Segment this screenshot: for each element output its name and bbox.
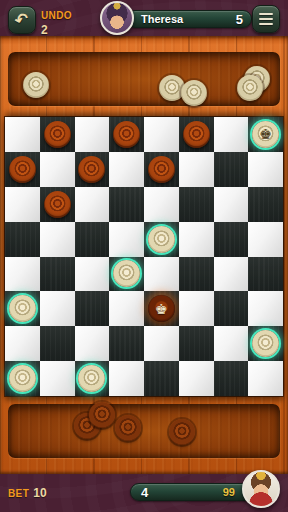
- square-c1[interactable]: [75, 361, 110, 396]
- undo-button[interactable]: ↶: [8, 6, 36, 34]
- square-d4[interactable]: [109, 257, 144, 292]
- square-g6: [214, 187, 249, 222]
- bet-label-group: BET 10: [8, 486, 47, 500]
- square-d3: [109, 291, 144, 326]
- square-f1: [179, 361, 214, 396]
- square-f6[interactable]: [179, 187, 214, 222]
- square-g4: [214, 257, 249, 292]
- square-h2[interactable]: [248, 326, 283, 361]
- square-b4[interactable]: [40, 257, 75, 292]
- opponent-name: Theresa: [141, 13, 236, 25]
- square-f7: [179, 152, 214, 187]
- bottom-bar: BET 10 4 99: [0, 474, 288, 512]
- square-a3[interactable]: [5, 291, 40, 326]
- square-f3: [179, 291, 214, 326]
- square-d7: [109, 152, 144, 187]
- square-a1[interactable]: [5, 361, 40, 396]
- square-e3[interactable]: ♚: [144, 291, 179, 326]
- red-man-d8[interactable]: [113, 121, 140, 148]
- square-e4: [144, 257, 179, 292]
- square-g3[interactable]: [214, 291, 249, 326]
- square-f2[interactable]: [179, 326, 214, 361]
- opponent-name-plate: Theresa 5: [126, 10, 252, 28]
- white-king-h8[interactable]: ♚: [252, 121, 279, 148]
- square-d1: [109, 361, 144, 396]
- square-c2: [75, 326, 110, 361]
- square-b7: [40, 152, 75, 187]
- player-avatar: [242, 470, 280, 508]
- square-g1[interactable]: [214, 361, 249, 396]
- red-king-e3[interactable]: ♚: [148, 295, 175, 322]
- captured-red-piece: [169, 419, 195, 445]
- red-man-a7[interactable]: [9, 156, 36, 183]
- square-a6: [5, 187, 40, 222]
- square-a7[interactable]: [5, 152, 40, 187]
- square-g2: [214, 326, 249, 361]
- square-a2: [5, 326, 40, 361]
- red-man-b8[interactable]: [44, 121, 71, 148]
- square-g5[interactable]: [214, 222, 249, 257]
- square-h7: [248, 152, 283, 187]
- square-a8: [5, 117, 40, 152]
- checkers-game-screen: ↶ UNDO 2 Theresa 5 ♚♚ BET 10 4 99: [0, 0, 288, 512]
- square-e2: [144, 326, 179, 361]
- square-b6[interactable]: [40, 187, 75, 222]
- red-man-b6[interactable]: [44, 191, 71, 218]
- square-b1: [40, 361, 75, 396]
- player-score: 4: [141, 485, 223, 500]
- square-f5: [179, 222, 214, 257]
- square-a4: [5, 257, 40, 292]
- square-e7[interactable]: [144, 152, 179, 187]
- square-f4[interactable]: [179, 257, 214, 292]
- red-man-c7[interactable]: [78, 156, 105, 183]
- square-c4: [75, 257, 110, 292]
- square-d8[interactable]: [109, 117, 144, 152]
- square-g7[interactable]: [214, 152, 249, 187]
- square-g8: [214, 117, 249, 152]
- square-c8: [75, 117, 110, 152]
- captured-red-tray: [8, 404, 280, 458]
- square-h1: [248, 361, 283, 396]
- square-c3[interactable]: [75, 291, 110, 326]
- bet-value: 10: [33, 486, 46, 500]
- wood-frame: ♚♚: [0, 36, 288, 474]
- bet-label: BET: [8, 488, 29, 499]
- square-e1[interactable]: [144, 361, 179, 396]
- captured-white-piece: [237, 75, 263, 101]
- square-c7[interactable]: [75, 152, 110, 187]
- square-d5: [109, 222, 144, 257]
- square-h5: [248, 222, 283, 257]
- square-h8[interactable]: ♚: [248, 117, 283, 152]
- menu-button[interactable]: [252, 5, 280, 33]
- square-b8[interactable]: [40, 117, 75, 152]
- square-e6: [144, 187, 179, 222]
- captured-red-piece: [89, 402, 115, 428]
- opponent-score: 5: [236, 12, 243, 27]
- red-man-f8[interactable]: [183, 121, 210, 148]
- undo-label: UNDO: [41, 10, 72, 21]
- square-f8[interactable]: [179, 117, 214, 152]
- square-c5[interactable]: [75, 222, 110, 257]
- player-coins: 99: [223, 486, 235, 498]
- captured-white-piece: [23, 72, 49, 98]
- top-bar: ↶ UNDO 2 Theresa 5: [0, 0, 288, 36]
- undo-count: 2: [41, 24, 72, 36]
- undo-arrow-icon: ↶: [13, 8, 31, 30]
- square-e5[interactable]: [144, 222, 179, 257]
- white-man-a1[interactable]: [9, 365, 36, 392]
- square-d6[interactable]: [109, 187, 144, 222]
- square-b2[interactable]: [40, 326, 75, 361]
- captured-red-piece: [115, 415, 141, 441]
- square-d2[interactable]: [109, 326, 144, 361]
- captured-white-piece: [181, 80, 207, 106]
- square-h6[interactable]: [248, 187, 283, 222]
- white-man-d4[interactable]: [113, 260, 140, 287]
- square-c6: [75, 187, 110, 222]
- square-h4[interactable]: [248, 257, 283, 292]
- square-a5[interactable]: [5, 222, 40, 257]
- red-man-e7[interactable]: [148, 156, 175, 183]
- white-man-a3[interactable]: [9, 295, 36, 322]
- white-man-h2[interactable]: [252, 330, 279, 357]
- hamburger-menu-icon: [259, 13, 273, 26]
- undo-label-group: UNDO 2: [41, 6, 72, 36]
- square-h3: [248, 291, 283, 326]
- white-man-c1[interactable]: [78, 365, 105, 392]
- square-e8: [144, 117, 179, 152]
- square-b3: [40, 291, 75, 326]
- white-man-e5[interactable]: [148, 226, 175, 253]
- king-crown-icon: ♚: [155, 302, 168, 316]
- square-b5: [40, 222, 75, 257]
- king-crown-icon: ♚: [259, 127, 272, 141]
- opponent-avatar: [100, 1, 134, 35]
- checkers-board: ♚♚: [5, 117, 283, 396]
